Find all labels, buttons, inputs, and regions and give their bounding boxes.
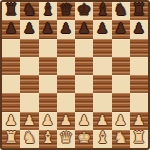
piece-black-pawn-icon[interactable]: ♟: [96, 21, 109, 35]
square-a8[interactable]: ♜: [2, 2, 20, 20]
square-a7[interactable]: ♟: [2, 20, 20, 38]
piece-white-bishop-icon[interactable]: ♝: [95, 130, 109, 146]
square-b2[interactable]: ♟: [20, 112, 38, 130]
square-a2[interactable]: ♟: [2, 112, 20, 130]
square-d6[interactable]: [57, 39, 75, 57]
piece-white-rook-icon[interactable]: ♜: [4, 130, 18, 146]
square-h2[interactable]: ♟: [130, 112, 148, 130]
square-h7[interactable]: ♟: [130, 20, 148, 38]
piece-white-rook-icon[interactable]: ♜: [132, 130, 146, 146]
square-b4[interactable]: [20, 75, 38, 93]
square-h5[interactable]: [130, 57, 148, 75]
square-f8[interactable]: ♝: [93, 2, 111, 20]
square-g4[interactable]: [112, 75, 130, 93]
square-f4[interactable]: [93, 75, 111, 93]
square-d2[interactable]: ♟: [57, 112, 75, 130]
square-c1[interactable]: ♝: [39, 130, 57, 148]
square-a5[interactable]: [2, 57, 20, 75]
square-c7[interactable]: ♟: [39, 20, 57, 38]
piece-black-rook-icon[interactable]: ♜: [4, 2, 18, 18]
square-h4[interactable]: [130, 75, 148, 93]
square-g5[interactable]: [112, 57, 130, 75]
square-c8[interactable]: ♝: [39, 2, 57, 20]
square-c3[interactable]: [39, 93, 57, 111]
square-f2[interactable]: ♟: [93, 112, 111, 130]
piece-black-queen-icon[interactable]: ♛: [59, 2, 73, 18]
piece-black-king-icon[interactable]: ♚: [77, 2, 91, 18]
square-f5[interactable]: [93, 57, 111, 75]
piece-black-bishop-icon[interactable]: ♝: [40, 2, 54, 18]
square-a6[interactable]: [2, 39, 20, 57]
square-f1[interactable]: ♝: [93, 130, 111, 148]
chess-board: ♜♞♝♛♚♝♞♜♟♟♟♟♟♟♟♟♟♟♟♟♟♟♟♟♜♞♝♛♚♝♞♜: [2, 2, 148, 148]
piece-black-pawn-icon[interactable]: ♟: [78, 21, 91, 35]
piece-black-pawn-icon[interactable]: ♟: [41, 21, 54, 35]
square-f7[interactable]: ♟: [93, 20, 111, 38]
square-d4[interactable]: [57, 75, 75, 93]
piece-white-king-icon[interactable]: ♚: [77, 130, 91, 146]
piece-black-pawn-icon[interactable]: ♟: [133, 21, 146, 35]
piece-white-bishop-icon[interactable]: ♝: [40, 130, 54, 146]
square-e8[interactable]: ♚: [75, 2, 93, 20]
piece-black-pawn-icon[interactable]: ♟: [23, 21, 36, 35]
square-d3[interactable]: [57, 93, 75, 111]
piece-white-pawn-icon[interactable]: ♟: [23, 113, 36, 127]
square-e7[interactable]: ♟: [75, 20, 93, 38]
square-e4[interactable]: [75, 75, 93, 93]
piece-black-knight-icon[interactable]: ♞: [113, 2, 127, 18]
square-g2[interactable]: ♟: [112, 112, 130, 130]
square-b7[interactable]: ♟: [20, 20, 38, 38]
square-b8[interactable]: ♞: [20, 2, 38, 20]
piece-black-pawn-icon[interactable]: ♟: [5, 21, 18, 35]
piece-black-knight-icon[interactable]: ♞: [22, 2, 36, 18]
square-g3[interactable]: [112, 93, 130, 111]
square-d5[interactable]: [57, 57, 75, 75]
piece-white-knight-icon[interactable]: ♞: [113, 130, 127, 146]
square-g6[interactable]: [112, 39, 130, 57]
square-b5[interactable]: [20, 57, 38, 75]
piece-white-knight-icon[interactable]: ♞: [22, 130, 36, 146]
square-a4[interactable]: [2, 75, 20, 93]
square-e3[interactable]: [75, 93, 93, 111]
square-h6[interactable]: [130, 39, 148, 57]
square-b6[interactable]: [20, 39, 38, 57]
square-d1[interactable]: ♛: [57, 130, 75, 148]
chess-board-frame: ♜♞♝♛♚♝♞♜♟♟♟♟♟♟♟♟♟♟♟♟♟♟♟♟♜♞♝♛♚♝♞♜: [0, 0, 150, 150]
square-g8[interactable]: ♞: [112, 2, 130, 20]
square-a3[interactable]: [2, 93, 20, 111]
square-c5[interactable]: [39, 57, 57, 75]
piece-white-queen-icon[interactable]: ♛: [59, 130, 73, 146]
piece-black-pawn-icon[interactable]: ♟: [114, 21, 127, 35]
piece-white-pawn-icon[interactable]: ♟: [133, 113, 146, 127]
square-c6[interactable]: [39, 39, 57, 57]
piece-black-rook-icon[interactable]: ♜: [132, 2, 146, 18]
piece-black-bishop-icon[interactable]: ♝: [95, 2, 109, 18]
square-a1[interactable]: ♜: [2, 130, 20, 148]
square-f3[interactable]: [93, 93, 111, 111]
square-c4[interactable]: [39, 75, 57, 93]
square-e1[interactable]: ♚: [75, 130, 93, 148]
square-e6[interactable]: [75, 39, 93, 57]
piece-white-pawn-icon[interactable]: ♟: [96, 113, 109, 127]
square-e5[interactable]: [75, 57, 93, 75]
square-h3[interactable]: [130, 93, 148, 111]
piece-white-pawn-icon[interactable]: ♟: [5, 113, 18, 127]
piece-black-pawn-icon[interactable]: ♟: [60, 21, 73, 35]
square-c2[interactable]: ♟: [39, 112, 57, 130]
square-b3[interactable]: [20, 93, 38, 111]
square-h1[interactable]: ♜: [130, 130, 148, 148]
square-d8[interactable]: ♛: [57, 2, 75, 20]
square-f6[interactable]: [93, 39, 111, 57]
square-b1[interactable]: ♞: [20, 130, 38, 148]
square-d7[interactable]: ♟: [57, 20, 75, 38]
square-e2[interactable]: ♟: [75, 112, 93, 130]
piece-white-pawn-icon[interactable]: ♟: [78, 113, 91, 127]
piece-white-pawn-icon[interactable]: ♟: [41, 113, 54, 127]
square-g7[interactable]: ♟: [112, 20, 130, 38]
piece-white-pawn-icon[interactable]: ♟: [114, 113, 127, 127]
square-g1[interactable]: ♞: [112, 130, 130, 148]
square-h8[interactable]: ♜: [130, 2, 148, 20]
piece-white-pawn-icon[interactable]: ♟: [60, 113, 73, 127]
